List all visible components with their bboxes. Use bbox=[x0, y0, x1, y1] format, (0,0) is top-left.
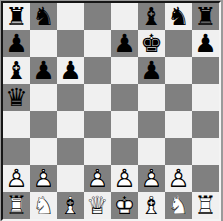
white-pawn-piece[interactable]: ♟♙ bbox=[30, 165, 57, 192]
square-a2[interactable]: ♟♙ bbox=[3, 165, 30, 192]
white-pawn-piece[interactable]: ♟♙ bbox=[3, 165, 30, 192]
square-b5[interactable] bbox=[30, 84, 57, 111]
piece-outline-glyph: ♗ bbox=[138, 192, 165, 219]
square-h3[interactable] bbox=[192, 138, 219, 165]
black-bishop-piece[interactable]: ♝♝ bbox=[138, 3, 165, 30]
piece-outline-glyph: ♝ bbox=[138, 3, 165, 30]
white-knight-piece[interactable]: ♞♘ bbox=[30, 192, 57, 219]
piece-outline-glyph: ♘ bbox=[165, 192, 192, 219]
piece-outline-glyph: ♙ bbox=[3, 165, 30, 192]
white-pawn-piece[interactable]: ♟♙ bbox=[111, 165, 138, 192]
chess-board-frame: ♜♜♞♞♝♝♞♞♜♜♟♟♟♟♚♚♟♟♝♝♟♟♟♟♟♟♛♛♟♙♟♙♟♙♟♙♟♙♟♙… bbox=[1, 1, 221, 221]
piece-outline-glyph: ♙ bbox=[30, 165, 57, 192]
black-king-piece[interactable]: ♚♚ bbox=[138, 30, 165, 57]
piece-outline-glyph: ♜ bbox=[3, 3, 30, 30]
square-c4[interactable] bbox=[57, 111, 84, 138]
square-d5[interactable] bbox=[84, 84, 111, 111]
black-pawn-piece[interactable]: ♟♟ bbox=[138, 57, 165, 84]
black-pawn-piece[interactable]: ♟♟ bbox=[3, 30, 30, 57]
piece-outline-glyph: ♟ bbox=[3, 30, 30, 57]
square-f4[interactable] bbox=[138, 111, 165, 138]
piece-outline-glyph: ♗ bbox=[57, 192, 84, 219]
piece-outline-glyph: ♝ bbox=[3, 57, 30, 84]
white-queen-piece[interactable]: ♛♕ bbox=[84, 192, 111, 219]
square-g2[interactable]: ♟♙ bbox=[165, 165, 192, 192]
square-c2[interactable] bbox=[57, 165, 84, 192]
square-h6[interactable] bbox=[192, 57, 219, 84]
square-c1[interactable]: ♝♗ bbox=[57, 192, 84, 219]
square-e3[interactable] bbox=[111, 138, 138, 165]
piece-outline-glyph: ♔ bbox=[111, 192, 138, 219]
square-h7[interactable]: ♟♟ bbox=[192, 30, 219, 57]
square-d4[interactable] bbox=[84, 111, 111, 138]
square-d8[interactable] bbox=[84, 3, 111, 30]
black-pawn-piece[interactable]: ♟♟ bbox=[30, 57, 57, 84]
square-a4[interactable] bbox=[3, 111, 30, 138]
white-pawn-piece[interactable]: ♟♙ bbox=[138, 165, 165, 192]
square-g1[interactable]: ♞♘ bbox=[165, 192, 192, 219]
square-f1[interactable]: ♝♗ bbox=[138, 192, 165, 219]
white-pawn-piece[interactable]: ♟♙ bbox=[84, 165, 111, 192]
piece-outline-glyph: ♛ bbox=[3, 84, 30, 111]
square-d2[interactable]: ♟♙ bbox=[84, 165, 111, 192]
square-e1[interactable]: ♚♔ bbox=[111, 192, 138, 219]
black-rook-piece[interactable]: ♜♜ bbox=[192, 3, 219, 30]
square-a6[interactable]: ♝♝ bbox=[3, 57, 30, 84]
piece-outline-glyph: ♟ bbox=[111, 30, 138, 57]
square-b3[interactable] bbox=[30, 138, 57, 165]
square-d7[interactable] bbox=[84, 30, 111, 57]
square-b4[interactable] bbox=[30, 111, 57, 138]
square-a5[interactable]: ♛♛ bbox=[3, 84, 30, 111]
piece-outline-glyph: ♞ bbox=[30, 3, 57, 30]
piece-outline-glyph: ♘ bbox=[30, 192, 57, 219]
square-f8[interactable]: ♝♝ bbox=[138, 3, 165, 30]
square-c7[interactable] bbox=[57, 30, 84, 57]
square-a7[interactable]: ♟♟ bbox=[3, 30, 30, 57]
square-h2[interactable] bbox=[192, 165, 219, 192]
square-g3[interactable] bbox=[165, 138, 192, 165]
black-knight-piece[interactable]: ♞♞ bbox=[30, 3, 57, 30]
piece-outline-glyph: ♟ bbox=[30, 57, 57, 84]
square-g4[interactable] bbox=[165, 111, 192, 138]
square-g6[interactable] bbox=[165, 57, 192, 84]
square-f2[interactable]: ♟♙ bbox=[138, 165, 165, 192]
black-rook-piece[interactable]: ♜♜ bbox=[3, 3, 30, 30]
square-f7[interactable]: ♚♚ bbox=[138, 30, 165, 57]
black-pawn-piece[interactable]: ♟♟ bbox=[57, 57, 84, 84]
piece-outline-glyph: ♖ bbox=[192, 192, 219, 219]
chess-board: ♜♜♞♞♝♝♞♞♜♜♟♟♟♟♚♚♟♟♝♝♟♟♟♟♟♟♛♛♟♙♟♙♟♙♟♙♟♙♟♙… bbox=[3, 3, 219, 219]
piece-outline-glyph: ♕ bbox=[84, 192, 111, 219]
square-f6[interactable]: ♟♟ bbox=[138, 57, 165, 84]
square-g5[interactable] bbox=[165, 84, 192, 111]
square-c6[interactable]: ♟♟ bbox=[57, 57, 84, 84]
piece-outline-glyph: ♚ bbox=[138, 30, 165, 57]
square-h4[interactable] bbox=[192, 111, 219, 138]
piece-outline-glyph: ♙ bbox=[111, 165, 138, 192]
black-knight-piece[interactable]: ♞♞ bbox=[165, 3, 192, 30]
square-a1[interactable]: ♜♖ bbox=[3, 192, 30, 219]
square-b8[interactable]: ♞♞ bbox=[30, 3, 57, 30]
square-h8[interactable]: ♜♜ bbox=[192, 3, 219, 30]
square-d6[interactable] bbox=[84, 57, 111, 84]
square-d3[interactable] bbox=[84, 138, 111, 165]
square-e6[interactable] bbox=[111, 57, 138, 84]
square-c8[interactable] bbox=[57, 3, 84, 30]
piece-outline-glyph: ♜ bbox=[192, 3, 219, 30]
piece-outline-glyph: ♞ bbox=[165, 3, 192, 30]
piece-outline-glyph: ♙ bbox=[165, 165, 192, 192]
square-h5[interactable] bbox=[192, 84, 219, 111]
black-pawn-piece[interactable]: ♟♟ bbox=[192, 30, 219, 57]
piece-outline-glyph: ♟ bbox=[138, 57, 165, 84]
square-e7[interactable]: ♟♟ bbox=[111, 30, 138, 57]
square-b2[interactable]: ♟♙ bbox=[30, 165, 57, 192]
black-pawn-piece[interactable]: ♟♟ bbox=[111, 30, 138, 57]
piece-outline-glyph: ♟ bbox=[192, 30, 219, 57]
square-h1[interactable]: ♜♖ bbox=[192, 192, 219, 219]
piece-outline-glyph: ♙ bbox=[84, 165, 111, 192]
chess-window: ♜♜♞♞♝♝♞♞♜♜♟♟♟♟♚♚♟♟♝♝♟♟♟♟♟♟♛♛♟♙♟♙♟♙♟♙♟♙♟♙… bbox=[0, 0, 223, 221]
square-c5[interactable] bbox=[57, 84, 84, 111]
black-queen-piece[interactable]: ♛♛ bbox=[3, 84, 30, 111]
square-c3[interactable] bbox=[57, 138, 84, 165]
square-g8[interactable]: ♞♞ bbox=[165, 3, 192, 30]
white-bishop-piece[interactable]: ♝♗ bbox=[57, 192, 84, 219]
white-rook-piece[interactable]: ♜♖ bbox=[3, 192, 30, 219]
piece-outline-glyph: ♟ bbox=[57, 57, 84, 84]
square-b1[interactable]: ♞♘ bbox=[30, 192, 57, 219]
square-e5[interactable] bbox=[111, 84, 138, 111]
square-f5[interactable] bbox=[138, 84, 165, 111]
square-b7[interactable] bbox=[30, 30, 57, 57]
piece-outline-glyph: ♖ bbox=[3, 192, 30, 219]
white-king-piece[interactable]: ♚♔ bbox=[111, 192, 138, 219]
black-bishop-piece[interactable]: ♝♝ bbox=[3, 57, 30, 84]
square-e4[interactable] bbox=[111, 111, 138, 138]
square-e8[interactable] bbox=[111, 3, 138, 30]
piece-outline-glyph: ♙ bbox=[138, 165, 165, 192]
white-bishop-piece[interactable]: ♝♗ bbox=[138, 192, 165, 219]
square-f3[interactable] bbox=[138, 138, 165, 165]
white-rook-piece[interactable]: ♜♖ bbox=[192, 192, 219, 219]
white-knight-piece[interactable]: ♞♘ bbox=[165, 192, 192, 219]
square-e2[interactable]: ♟♙ bbox=[111, 165, 138, 192]
square-g7[interactable] bbox=[165, 30, 192, 57]
white-pawn-piece[interactable]: ♟♙ bbox=[165, 165, 192, 192]
square-a3[interactable] bbox=[3, 138, 30, 165]
square-a8[interactable]: ♜♜ bbox=[3, 3, 30, 30]
square-d1[interactable]: ♛♕ bbox=[84, 192, 111, 219]
square-b6[interactable]: ♟♟ bbox=[30, 57, 57, 84]
